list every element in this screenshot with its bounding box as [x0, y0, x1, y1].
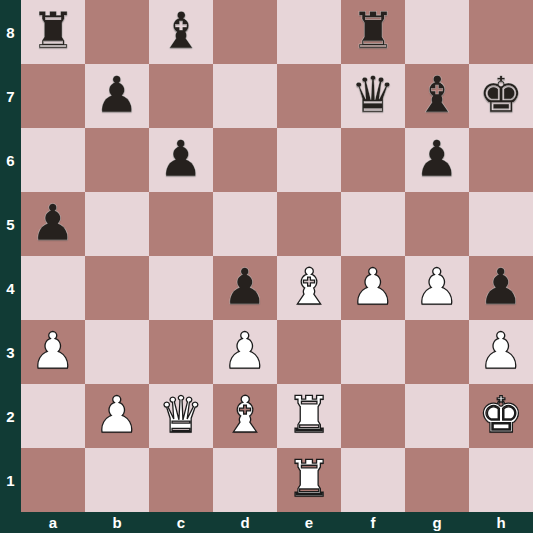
- rank-label-8: 8: [0, 0, 21, 64]
- square-h3[interactable]: ♟: [469, 320, 533, 384]
- square-e6[interactable]: [277, 128, 341, 192]
- square-c6[interactable]: ♟: [149, 128, 213, 192]
- square-a8[interactable]: ♜: [21, 0, 85, 64]
- square-e7[interactable]: [277, 64, 341, 128]
- square-b3[interactable]: [85, 320, 149, 384]
- square-h4[interactable]: ♟: [469, 256, 533, 320]
- square-a1[interactable]: [21, 448, 85, 512]
- square-d8[interactable]: [213, 0, 277, 64]
- square-h8[interactable]: [469, 0, 533, 64]
- piece-black-queen[interactable]: ♛: [351, 70, 396, 120]
- square-g7[interactable]: ♝: [405, 64, 469, 128]
- rank-label-3: 3: [0, 320, 21, 384]
- square-b8[interactable]: [85, 0, 149, 64]
- square-e8[interactable]: [277, 0, 341, 64]
- square-g6[interactable]: ♟: [405, 128, 469, 192]
- square-b1[interactable]: [85, 448, 149, 512]
- square-a6[interactable]: [21, 128, 85, 192]
- piece-black-pawn[interactable]: ♟: [415, 134, 460, 184]
- piece-white-pawn[interactable]: ♟: [95, 390, 140, 440]
- piece-white-bishop[interactable]: ♝: [223, 390, 268, 440]
- piece-white-bishop[interactable]: ♝: [287, 262, 332, 312]
- square-f1[interactable]: [341, 448, 405, 512]
- square-e5[interactable]: [277, 192, 341, 256]
- square-f5[interactable]: [341, 192, 405, 256]
- square-h6[interactable]: [469, 128, 533, 192]
- file-label-b: b: [85, 512, 149, 533]
- piece-white-pawn[interactable]: ♟: [223, 326, 268, 376]
- piece-black-rook[interactable]: ♜: [31, 6, 76, 56]
- piece-white-rook[interactable]: ♜: [287, 390, 332, 440]
- square-f7[interactable]: ♛: [341, 64, 405, 128]
- square-b4[interactable]: [85, 256, 149, 320]
- chess-board: ♜♝♜♟♛♝♚♟♟♟♟♝♟♟♟♟♟♟♟♛♝♜♚♜: [21, 0, 533, 512]
- piece-black-bishop[interactable]: ♝: [415, 70, 460, 120]
- rank-labels: 87654321: [0, 0, 21, 512]
- piece-black-king[interactable]: ♚: [479, 70, 524, 120]
- piece-black-pawn[interactable]: ♟: [95, 70, 140, 120]
- file-label-h: h: [469, 512, 533, 533]
- file-label-f: f: [341, 512, 405, 533]
- file-label-g: g: [405, 512, 469, 533]
- square-d2[interactable]: ♝: [213, 384, 277, 448]
- square-c8[interactable]: ♝: [149, 0, 213, 64]
- square-h5[interactable]: [469, 192, 533, 256]
- square-b7[interactable]: ♟: [85, 64, 149, 128]
- square-f2[interactable]: [341, 384, 405, 448]
- rank-label-7: 7: [0, 64, 21, 128]
- square-g4[interactable]: ♟: [405, 256, 469, 320]
- square-c7[interactable]: [149, 64, 213, 128]
- piece-black-bishop[interactable]: ♝: [159, 6, 204, 56]
- square-e2[interactable]: ♜: [277, 384, 341, 448]
- file-label-e: e: [277, 512, 341, 533]
- piece-black-pawn[interactable]: ♟: [159, 134, 204, 184]
- square-e3[interactable]: [277, 320, 341, 384]
- square-f3[interactable]: [341, 320, 405, 384]
- piece-black-pawn[interactable]: ♟: [223, 262, 268, 312]
- square-f6[interactable]: [341, 128, 405, 192]
- piece-black-pawn[interactable]: ♟: [31, 198, 76, 248]
- square-a4[interactable]: [21, 256, 85, 320]
- square-f4[interactable]: ♟: [341, 256, 405, 320]
- piece-white-king[interactable]: ♚: [479, 390, 524, 440]
- square-g3[interactable]: [405, 320, 469, 384]
- square-a5[interactable]: ♟: [21, 192, 85, 256]
- square-d5[interactable]: [213, 192, 277, 256]
- square-d6[interactable]: [213, 128, 277, 192]
- square-f8[interactable]: ♜: [341, 0, 405, 64]
- piece-white-pawn[interactable]: ♟: [415, 262, 460, 312]
- square-b5[interactable]: [85, 192, 149, 256]
- square-g2[interactable]: [405, 384, 469, 448]
- piece-white-queen[interactable]: ♛: [159, 390, 204, 440]
- square-c1[interactable]: [149, 448, 213, 512]
- square-b2[interactable]: ♟: [85, 384, 149, 448]
- square-g5[interactable]: [405, 192, 469, 256]
- chess-board-frame: 87654321 ♜♝♜♟♛♝♚♟♟♟♟♝♟♟♟♟♟♟♟♛♝♜♚♜ abcdef…: [0, 0, 533, 533]
- square-c5[interactable]: [149, 192, 213, 256]
- rank-label-2: 2: [0, 384, 21, 448]
- square-d1[interactable]: [213, 448, 277, 512]
- piece-black-pawn[interactable]: ♟: [479, 262, 524, 312]
- square-a3[interactable]: ♟: [21, 320, 85, 384]
- file-labels: abcdefgh: [21, 512, 533, 533]
- square-h7[interactable]: ♚: [469, 64, 533, 128]
- square-d3[interactable]: ♟: [213, 320, 277, 384]
- square-h2[interactable]: ♚: [469, 384, 533, 448]
- rank-label-6: 6: [0, 128, 21, 192]
- square-e1[interactable]: ♜: [277, 448, 341, 512]
- square-a7[interactable]: [21, 64, 85, 128]
- file-label-d: d: [213, 512, 277, 533]
- rank-label-4: 4: [0, 256, 21, 320]
- square-c3[interactable]: [149, 320, 213, 384]
- piece-white-rook[interactable]: ♜: [287, 454, 332, 504]
- square-h1[interactable]: [469, 448, 533, 512]
- file-label-c: c: [149, 512, 213, 533]
- rank-label-5: 5: [0, 192, 21, 256]
- square-d4[interactable]: ♟: [213, 256, 277, 320]
- rank-label-1: 1: [0, 448, 21, 512]
- file-label-a: a: [21, 512, 85, 533]
- piece-black-rook[interactable]: ♜: [351, 6, 396, 56]
- square-c2[interactable]: ♛: [149, 384, 213, 448]
- piece-white-pawn[interactable]: ♟: [351, 262, 396, 312]
- square-e4[interactable]: ♝: [277, 256, 341, 320]
- square-c4[interactable]: [149, 256, 213, 320]
- piece-white-pawn[interactable]: ♟: [31, 326, 76, 376]
- square-a2[interactable]: [21, 384, 85, 448]
- square-b6[interactable]: [85, 128, 149, 192]
- square-g1[interactable]: [405, 448, 469, 512]
- square-d7[interactable]: [213, 64, 277, 128]
- square-g8[interactable]: [405, 0, 469, 64]
- piece-white-pawn[interactable]: ♟: [479, 326, 524, 376]
